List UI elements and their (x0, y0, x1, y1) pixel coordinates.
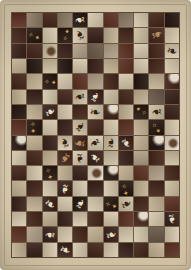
leather-texture (43, 151, 57, 165)
board-square (104, 181, 118, 195)
leather-texture (104, 166, 118, 180)
dark-scroll-motif-icon: ❧ (73, 120, 87, 134)
leather-texture (88, 105, 102, 119)
leather-texture (73, 181, 87, 195)
board-square (134, 197, 148, 211)
leather-texture (12, 243, 26, 257)
ivory-scroll-motif-icon: ❧ (88, 151, 102, 165)
leather-texture (58, 151, 72, 165)
leather-texture (12, 197, 26, 211)
board-square (58, 90, 72, 104)
board-square (149, 243, 163, 257)
board-square: ✦✧ (119, 181, 133, 195)
board-square (88, 166, 102, 180)
board-square (165, 243, 179, 257)
leather-texture (104, 151, 118, 165)
leather-texture (43, 13, 57, 27)
leather-texture (27, 13, 41, 27)
leather-texture (149, 197, 163, 211)
board-square: ❧ (43, 105, 57, 119)
board-square (134, 243, 148, 257)
leather-texture (58, 166, 72, 180)
board-square (119, 28, 133, 42)
board-square (149, 59, 163, 73)
board-square (27, 136, 41, 150)
ivory-scroll-motif-icon: ❧ (73, 197, 87, 211)
white-hide-spot (134, 212, 148, 226)
board-square (43, 44, 57, 58)
board-square (12, 243, 26, 257)
gold-flecks-icon: ✦✧ (104, 198, 118, 209)
leather-texture (73, 151, 87, 165)
board-square (134, 181, 148, 195)
leather-texture (165, 44, 179, 58)
board-square (149, 151, 163, 165)
board-square (134, 74, 148, 88)
leather-texture (88, 227, 102, 241)
board-square (104, 28, 118, 42)
board-square: ❧ (73, 28, 87, 42)
white-hide-spot (104, 105, 118, 119)
board-square (119, 105, 133, 119)
board-square (119, 120, 133, 134)
leather-texture (165, 243, 179, 257)
board-square (27, 181, 41, 195)
leather-texture (149, 59, 163, 73)
leather-texture (43, 197, 57, 211)
leather-texture (104, 59, 118, 73)
leather-texture (134, 243, 148, 257)
board-square (104, 44, 118, 58)
leather-texture (104, 197, 118, 211)
board-square (134, 120, 148, 134)
leather-texture (104, 227, 118, 241)
board-square: ❧ (73, 120, 87, 134)
leather-texture (119, 90, 133, 104)
board-square (119, 243, 133, 257)
leather-texture (134, 13, 148, 27)
leather-texture (88, 181, 102, 195)
leather-texture (134, 227, 148, 241)
leather-texture (119, 181, 133, 195)
board-square (58, 74, 72, 88)
board-square: ✦✧ (43, 74, 57, 88)
board-square (104, 120, 118, 134)
leather-texture (119, 28, 133, 42)
board-square (58, 212, 72, 226)
leather-texture (165, 197, 179, 211)
leather-texture (73, 59, 87, 73)
leather-texture (73, 90, 87, 104)
leather-texture (73, 105, 87, 119)
leather-texture (134, 197, 148, 211)
leather-texture (134, 90, 148, 104)
board-square (58, 120, 72, 134)
white-hide-spot (149, 136, 163, 150)
board-square (58, 59, 72, 73)
dark-scroll-motif-icon: ❧ (73, 152, 87, 164)
leather-texture (73, 227, 87, 241)
leather-texture (88, 59, 102, 73)
board-square (165, 74, 179, 88)
leather-texture (149, 212, 163, 226)
board-square: ❧ (104, 227, 118, 241)
board-square (119, 90, 133, 104)
leather-texture (27, 105, 41, 119)
board-square (165, 28, 179, 42)
leather-texture (119, 105, 133, 119)
board-square (58, 105, 72, 119)
leather-texture (165, 136, 179, 150)
leather-texture (73, 13, 87, 27)
ivory-scroll-motif-icon: ❧ (58, 243, 72, 257)
board-square (104, 151, 118, 165)
dark-scroll-motif-icon: ❧ (73, 90, 87, 104)
board-square: ✦✧ (58, 28, 72, 42)
leather-texture (165, 28, 179, 42)
board-square (43, 90, 57, 104)
leather-texture (12, 136, 26, 150)
leather-texture (149, 90, 163, 104)
board-square (58, 13, 72, 27)
board-square (43, 59, 57, 73)
board-square (134, 151, 148, 165)
leather-texture (134, 212, 148, 226)
patchwork-rug: ❧✦✧✦✧❧☙❧✦✧❧❧❧❧✦✧❧✦✧❧✦✧❧☙❧❧❧☙❧❧✦✧❧✦✧❧❧✦✧❧… (0, 0, 191, 270)
white-hide-spot (165, 74, 179, 88)
leather-texture (134, 120, 148, 134)
board-square (119, 74, 133, 88)
board-square (27, 227, 41, 241)
tan-swirl-motif-icon: ☙ (73, 136, 87, 150)
board-square (12, 120, 26, 134)
board-square (104, 90, 118, 104)
board-square (88, 59, 102, 73)
leather-texture (134, 44, 148, 58)
board-square: ❧ (73, 13, 87, 27)
leather-texture (43, 181, 57, 195)
white-hide-spot (104, 166, 118, 180)
leather-texture (104, 13, 118, 27)
leather-texture (104, 28, 118, 42)
board-square (27, 212, 41, 226)
board-square (88, 197, 102, 211)
board-square (73, 227, 87, 241)
leather-texture (12, 90, 26, 104)
brown-hide-spot (43, 44, 57, 58)
board-square (104, 212, 118, 226)
board-square (134, 212, 148, 226)
board-square (58, 166, 72, 180)
leather-texture (134, 151, 148, 165)
board-square (27, 74, 41, 88)
board-square (134, 59, 148, 73)
board-square (27, 105, 41, 119)
board-square (165, 136, 179, 150)
leather-texture (27, 197, 41, 211)
leather-texture (73, 28, 87, 42)
dark-scroll-motif-icon: ❧ (73, 28, 87, 42)
ivory-scroll-motif-icon: ❧ (104, 227, 118, 241)
leather-texture (58, 44, 72, 58)
board-square (12, 166, 26, 180)
board-square (12, 227, 26, 241)
leather-texture (27, 74, 41, 88)
board-square: ✦✧ (134, 105, 148, 119)
board-square: ❧ (104, 136, 118, 150)
board-square: ❧ (165, 44, 179, 58)
gold-flecks-icon: ✦✧ (31, 120, 38, 134)
board-square (73, 59, 87, 73)
leather-texture (12, 74, 26, 88)
board-square (88, 13, 102, 27)
leather-texture (149, 120, 163, 134)
board-square (119, 227, 133, 241)
board-square (165, 227, 179, 241)
leather-texture (149, 151, 163, 165)
leather-texture (58, 212, 72, 226)
board-square (165, 197, 179, 211)
board-square (104, 59, 118, 73)
board-square (165, 166, 179, 180)
leather-texture (165, 166, 179, 180)
gold-flecks-icon: ✦✧ (121, 181, 131, 195)
board-square (119, 151, 133, 165)
dark-scroll-motif-icon: ❧ (88, 136, 102, 150)
ivory-scroll-motif-icon: ❧ (88, 90, 102, 104)
board-square (104, 105, 118, 119)
board-square: ✦✧ (149, 120, 163, 134)
leather-texture (27, 181, 41, 195)
board-square (88, 243, 102, 257)
board-square: ❧ (88, 90, 102, 104)
board-square (88, 181, 102, 195)
board-square (104, 243, 118, 257)
board-square: ❧ (43, 197, 57, 211)
leather-texture (88, 243, 102, 257)
leather-texture (165, 212, 179, 226)
gold-flecks-icon: ✦✧ (134, 105, 148, 118)
leather-texture (149, 243, 163, 257)
board-square (134, 227, 148, 241)
leather-texture (165, 74, 179, 88)
board-square (43, 181, 57, 195)
board-square (119, 59, 133, 73)
board-square (12, 136, 26, 150)
leather-texture (27, 136, 41, 150)
leather-texture (27, 166, 41, 180)
board-square (134, 136, 148, 150)
board-square: ❧ (149, 105, 163, 119)
leather-texture (134, 181, 148, 195)
leather-texture (58, 59, 72, 73)
board-square (58, 197, 72, 211)
tan-swirl-motif-icon: ☙ (58, 151, 72, 165)
leather-texture (149, 13, 163, 27)
board-square (27, 243, 41, 257)
board-square: ❧ (119, 136, 133, 150)
leather-texture (58, 13, 72, 27)
leather-texture (58, 136, 72, 150)
gold-flecks-icon: ✦✧ (43, 77, 57, 85)
leather-texture (43, 59, 57, 73)
board-square (73, 212, 87, 226)
board-square (43, 120, 57, 134)
leather-texture (27, 212, 41, 226)
dark-scroll-motif-icon: ❧ (119, 197, 133, 211)
board-square (165, 181, 179, 195)
leather-texture (12, 44, 26, 58)
board-square: ❧ (43, 227, 57, 241)
leather-texture (12, 181, 26, 195)
leather-texture (73, 197, 87, 211)
leather-texture (134, 74, 148, 88)
board-square (165, 90, 179, 104)
board-square (149, 74, 163, 88)
leather-texture (134, 136, 148, 150)
board-square (88, 44, 102, 58)
board-square (12, 59, 26, 73)
board-square (12, 212, 26, 226)
leather-texture (27, 243, 41, 257)
board-square (73, 74, 87, 88)
board-square: ☙ (149, 28, 163, 42)
board-square: ☙ (73, 136, 87, 150)
board-square: ❧ (73, 90, 87, 104)
leather-texture (58, 181, 72, 195)
leather-texture (12, 227, 26, 241)
leather-texture (88, 44, 102, 58)
board-square (12, 197, 26, 211)
board-square: ✦✧ (27, 28, 41, 42)
leather-texture (27, 120, 41, 134)
leather-texture (165, 151, 179, 165)
leather-texture (104, 44, 118, 58)
board-square (43, 136, 57, 150)
leather-texture (73, 166, 87, 180)
leather-texture (43, 166, 57, 180)
leather-texture (104, 243, 118, 257)
leather-texture (119, 13, 133, 27)
white-hide-spot (12, 136, 26, 150)
leather-texture (119, 166, 133, 180)
board-square (12, 28, 26, 42)
board-square (165, 59, 179, 73)
leather-texture (43, 136, 57, 150)
leather-texture (104, 90, 118, 104)
board-square (119, 166, 133, 180)
board-square (149, 197, 163, 211)
board-square (149, 44, 163, 58)
leather-texture (12, 28, 26, 42)
leather-texture (43, 227, 57, 241)
ivory-scroll-motif-icon: ❧ (119, 136, 133, 150)
leather-texture (119, 44, 133, 58)
board-square: ❧ (58, 243, 72, 257)
leather-texture (27, 90, 41, 104)
board-square (27, 197, 41, 211)
leather-texture (165, 90, 179, 104)
leather-texture (88, 151, 102, 165)
board-square (88, 120, 102, 134)
leather-texture (165, 105, 179, 119)
leather-texture (104, 74, 118, 88)
ivory-scroll-motif-icon: ❧ (165, 212, 179, 226)
leather-texture (58, 243, 72, 257)
board-square (149, 90, 163, 104)
dark-scroll-motif-icon: ❧ (104, 137, 118, 149)
board-square: ❧ (88, 151, 102, 165)
board-square (73, 243, 87, 257)
board-square (88, 227, 102, 241)
leather-texture (73, 44, 87, 58)
leather-texture (104, 120, 118, 134)
leather-texture (73, 136, 87, 150)
board-square (88, 212, 102, 226)
leather-texture (43, 243, 57, 257)
leather-texture (43, 28, 57, 42)
board-square: ❧ (88, 105, 102, 119)
leather-texture (27, 151, 41, 165)
leather-texture (149, 181, 163, 195)
leather-texture (88, 212, 102, 226)
board-square (149, 136, 163, 150)
board-square (27, 59, 41, 73)
board-square: ☙ (58, 151, 72, 165)
leather-texture (58, 28, 72, 42)
board-square (88, 28, 102, 42)
leather-texture (88, 13, 102, 27)
leather-texture (134, 59, 148, 73)
board-square (134, 44, 148, 58)
leather-texture (119, 136, 133, 150)
leather-texture (104, 181, 118, 195)
board-square (27, 151, 41, 165)
board-square (12, 13, 26, 27)
leather-texture (119, 74, 133, 88)
gold-flecks-icon: ✦✧ (60, 28, 70, 42)
dark-scroll-motif-icon: ❧ (150, 105, 164, 119)
leather-texture (104, 105, 118, 119)
ivory-scroll-motif-icon: ❧ (58, 183, 72, 195)
board-square (73, 44, 87, 58)
board-square (27, 44, 41, 58)
leather-texture (27, 44, 41, 58)
leather-texture (149, 166, 163, 180)
ivory-scroll-motif-icon: ❧ (44, 228, 56, 242)
leather-texture (165, 13, 179, 27)
board-square (73, 105, 87, 119)
leather-texture (149, 136, 163, 150)
board-square (119, 212, 133, 226)
board-square (134, 28, 148, 42)
leather-texture (73, 243, 87, 257)
board-square (149, 227, 163, 241)
board-square (12, 90, 26, 104)
leather-texture (43, 120, 57, 134)
board-square (73, 181, 87, 195)
leather-texture (12, 105, 26, 119)
board-square (149, 13, 163, 27)
leather-texture (165, 227, 179, 241)
board-square: ❧ (88, 136, 102, 150)
leather-texture (149, 28, 163, 42)
board-square: ❧ (58, 136, 72, 150)
leather-texture (119, 212, 133, 226)
leather-texture (12, 151, 26, 165)
leather-texture (43, 74, 57, 88)
leather-texture (43, 44, 57, 58)
